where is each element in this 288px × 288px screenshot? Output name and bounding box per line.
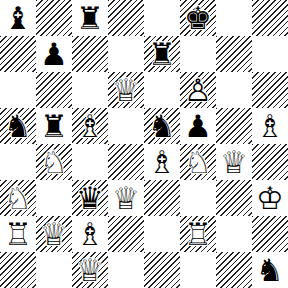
square-d8[interactable] <box>108 0 144 36</box>
chess-board: ♝♝♜♜♚♚♟♟♜♜♛♕♟♙♞♞♜♜♝♗♞♞♟♟♝♗♞♘♝♗♞♘♛♕♞♘♛♛♛♕… <box>0 0 288 288</box>
square-h7[interactable] <box>252 36 288 72</box>
square-g1[interactable] <box>216 252 252 288</box>
square-f8[interactable]: ♚♚ <box>180 0 216 36</box>
square-b7[interactable]: ♟♟ <box>36 36 72 72</box>
piece-halo: ♜ <box>36 108 72 144</box>
square-d5[interactable] <box>108 108 144 144</box>
black-queen-icon: ♛ <box>72 180 108 216</box>
white-king-icon: ♔ <box>252 180 288 216</box>
piece-halo: ♟ <box>36 36 72 72</box>
black-bishop-icon: ♝ <box>0 0 36 36</box>
piece-halo: ♜ <box>72 0 108 36</box>
piece-halo: ♞ <box>0 180 36 216</box>
square-d1[interactable] <box>108 252 144 288</box>
chess-diagram: ♝♝♜♜♚♚♟♟♜♜♛♕♟♙♞♞♜♜♝♗♞♞♟♟♝♗♞♘♝♗♞♘♛♕♞♘♛♛♛♕… <box>0 0 288 288</box>
square-a6[interactable] <box>0 72 36 108</box>
piece-halo: ♞ <box>144 108 180 144</box>
black-knight-icon: ♞ <box>0 108 36 144</box>
square-f2[interactable]: ♜♖ <box>180 216 216 252</box>
square-e1[interactable] <box>144 252 180 288</box>
square-e8[interactable] <box>144 0 180 36</box>
piece-halo: ♛ <box>72 180 108 216</box>
square-c7[interactable] <box>72 36 108 72</box>
square-g2[interactable] <box>216 216 252 252</box>
square-a7[interactable] <box>0 36 36 72</box>
square-a2[interactable]: ♜♖ <box>0 216 36 252</box>
square-h1[interactable]: ♞♞ <box>252 252 288 288</box>
piece-halo: ♞ <box>180 144 216 180</box>
square-c3[interactable]: ♛♛ <box>72 180 108 216</box>
square-h3[interactable]: ♚♔ <box>252 180 288 216</box>
square-g5[interactable] <box>216 108 252 144</box>
piece-halo: ♜ <box>144 36 180 72</box>
square-f3[interactable] <box>180 180 216 216</box>
square-b6[interactable] <box>36 72 72 108</box>
square-f6[interactable]: ♟♙ <box>180 72 216 108</box>
square-c5[interactable]: ♝♗ <box>72 108 108 144</box>
square-f7[interactable] <box>180 36 216 72</box>
square-e3[interactable] <box>144 180 180 216</box>
square-a1[interactable] <box>0 252 36 288</box>
black-rook-icon: ♜ <box>144 36 180 72</box>
black-rook-icon: ♜ <box>72 0 108 36</box>
piece-halo: ♞ <box>36 144 72 180</box>
square-h6[interactable] <box>252 72 288 108</box>
square-e7[interactable]: ♜♜ <box>144 36 180 72</box>
piece-halo: ♛ <box>216 144 252 180</box>
square-b2[interactable]: ♛♕ <box>36 216 72 252</box>
piece-halo: ♝ <box>72 216 108 252</box>
square-a8[interactable]: ♝♝ <box>0 0 36 36</box>
piece-halo: ♚ <box>252 180 288 216</box>
square-d7[interactable] <box>108 36 144 72</box>
square-g8[interactable] <box>216 0 252 36</box>
piece-halo: ♜ <box>180 216 216 252</box>
square-h4[interactable] <box>252 144 288 180</box>
square-f5[interactable]: ♟♟ <box>180 108 216 144</box>
piece-halo: ♟ <box>180 72 216 108</box>
square-c1[interactable]: ♛♕ <box>72 252 108 288</box>
black-rook-icon: ♜ <box>36 108 72 144</box>
white-knight-icon: ♘ <box>180 144 216 180</box>
piece-halo: ♝ <box>252 108 288 144</box>
white-pawn-icon: ♙ <box>180 72 216 108</box>
square-e4[interactable]: ♝♗ <box>144 144 180 180</box>
square-f1[interactable] <box>180 252 216 288</box>
square-d4[interactable] <box>108 144 144 180</box>
white-queen-icon: ♕ <box>36 216 72 252</box>
piece-halo: ♝ <box>0 0 36 36</box>
square-f4[interactable]: ♞♘ <box>180 144 216 180</box>
square-c4[interactable] <box>72 144 108 180</box>
white-bishop-icon: ♗ <box>72 108 108 144</box>
piece-halo: ♟ <box>180 108 216 144</box>
black-pawn-icon: ♟ <box>36 36 72 72</box>
square-e5[interactable]: ♞♞ <box>144 108 180 144</box>
white-rook-icon: ♖ <box>0 216 36 252</box>
white-queen-icon: ♕ <box>72 252 108 288</box>
square-a3[interactable]: ♞♘ <box>0 180 36 216</box>
square-e6[interactable] <box>144 72 180 108</box>
square-g7[interactable] <box>216 36 252 72</box>
white-bishop-icon: ♗ <box>144 144 180 180</box>
white-knight-icon: ♘ <box>36 144 72 180</box>
black-pawn-icon: ♟ <box>180 108 216 144</box>
white-knight-icon: ♘ <box>0 180 36 216</box>
square-d6[interactable]: ♛♕ <box>108 72 144 108</box>
square-d3[interactable]: ♛♕ <box>108 180 144 216</box>
piece-halo: ♛ <box>108 180 144 216</box>
square-h2[interactable] <box>252 216 288 252</box>
piece-halo: ♛ <box>72 252 108 288</box>
square-d2[interactable] <box>108 216 144 252</box>
white-rook-icon: ♖ <box>180 216 216 252</box>
black-knight-icon: ♞ <box>144 108 180 144</box>
piece-halo: ♛ <box>108 72 144 108</box>
square-a4[interactable] <box>0 144 36 180</box>
piece-halo: ♛ <box>36 216 72 252</box>
square-g6[interactable] <box>216 72 252 108</box>
square-c8[interactable]: ♜♜ <box>72 0 108 36</box>
square-g3[interactable] <box>216 180 252 216</box>
piece-halo: ♞ <box>252 252 288 288</box>
square-e2[interactable] <box>144 216 180 252</box>
white-queen-icon: ♕ <box>108 72 144 108</box>
piece-halo: ♝ <box>144 144 180 180</box>
piece-halo: ♚ <box>180 0 216 36</box>
square-b4[interactable]: ♞♘ <box>36 144 72 180</box>
piece-halo: ♜ <box>0 216 36 252</box>
black-king-icon: ♚ <box>180 0 216 36</box>
square-c2[interactable]: ♝♗ <box>72 216 108 252</box>
white-bishop-icon: ♗ <box>72 216 108 252</box>
square-b3[interactable] <box>36 180 72 216</box>
square-h5[interactable]: ♝♗ <box>252 108 288 144</box>
black-knight-icon: ♞ <box>252 252 288 288</box>
piece-halo: ♞ <box>0 108 36 144</box>
square-g4[interactable]: ♛♕ <box>216 144 252 180</box>
white-queen-icon: ♕ <box>108 180 144 216</box>
square-b5[interactable]: ♜♜ <box>36 108 72 144</box>
square-b8[interactable] <box>36 0 72 36</box>
square-c6[interactable] <box>72 72 108 108</box>
square-a5[interactable]: ♞♞ <box>0 108 36 144</box>
white-bishop-icon: ♗ <box>252 108 288 144</box>
square-b1[interactable] <box>36 252 72 288</box>
white-queen-icon: ♕ <box>216 144 252 180</box>
piece-halo: ♝ <box>72 108 108 144</box>
square-h8[interactable] <box>252 0 288 36</box>
